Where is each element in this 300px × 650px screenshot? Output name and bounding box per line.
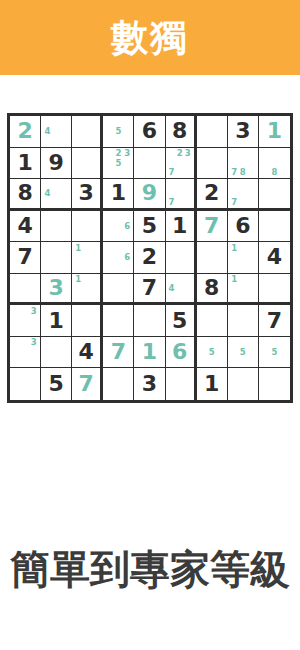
cell-r2c9[interactable]: 8 <box>259 148 290 180</box>
given-digit: 5 <box>172 310 187 332</box>
cell-r8c6[interactable]: 6 <box>166 337 197 369</box>
cell-r9c9[interactable] <box>259 368 290 400</box>
cell-r6c1[interactable] <box>10 274 41 306</box>
given-digit: 1 <box>204 373 219 395</box>
pencil-mark-1: 1 <box>74 275 82 284</box>
cell-r9c3[interactable]: 7 <box>72 368 103 400</box>
user-digit: 1 <box>267 120 282 142</box>
pencil-mark-3: 3 <box>123 149 132 159</box>
cell-r2c4[interactable]: 235 <box>103 148 134 180</box>
cell-r1c1[interactable]: 2 <box>10 116 41 148</box>
pencil-mark-6: 6 <box>123 253 132 263</box>
given-digit: 4 <box>267 246 282 268</box>
pencil-marks: 1 <box>74 275 98 302</box>
tagline-text: 簡單到專家等級 <box>0 545 300 593</box>
given-digit: 4 <box>79 341 94 363</box>
cell-r2c3[interactable] <box>72 148 103 180</box>
pencil-mark-5: 5 <box>114 158 123 168</box>
cell-r5c8[interactable]: 1 <box>228 242 259 274</box>
pencil-mark-4: 4 <box>168 284 176 293</box>
app-title: 數獨 <box>111 19 189 56</box>
pencil-mark-8: 8 <box>238 168 247 178</box>
cell-r3c3[interactable]: 3 <box>72 179 103 211</box>
cell-r8c7[interactable]: 5 <box>197 337 228 369</box>
cell-r3c8[interactable]: 7 <box>228 179 259 211</box>
pencil-marks: 5 <box>199 338 225 367</box>
pencil-marks: 8 <box>261 149 288 178</box>
cell-r8c3[interactable]: 4 <box>72 337 103 369</box>
cell-r2c1[interactable]: 1 <box>10 148 41 180</box>
cell-r8c2[interactable] <box>41 337 72 369</box>
cell-r7c3[interactable] <box>72 305 103 337</box>
given-digit: 2 <box>204 182 219 204</box>
cell-r3c6[interactable]: 7 <box>166 179 197 211</box>
cell-r8c9[interactable]: 5 <box>259 337 290 369</box>
cell-r6c3[interactable]: 1 <box>72 274 103 306</box>
pencil-marks: 5 <box>105 117 131 146</box>
given-digit: 8 <box>17 182 32 204</box>
user-digit: 9 <box>142 182 157 204</box>
pencil-mark-1: 1 <box>74 243 82 253</box>
pencil-marks: 235 <box>105 149 131 178</box>
user-digit: 7 <box>204 215 219 237</box>
cell-r1c4[interactable]: 5 <box>103 116 134 148</box>
given-digit: 7 <box>267 310 282 332</box>
given-digit: 1 <box>49 310 64 332</box>
cell-r4c1[interactable]: 4 <box>10 211 41 243</box>
cell-r6c6[interactable]: 4 <box>166 274 197 306</box>
pencil-marks: 1 <box>230 275 256 302</box>
cell-r4c5[interactable]: 5 <box>134 211 165 243</box>
given-digit: 7 <box>17 246 32 268</box>
cell-r5c5[interactable]: 2 <box>134 242 165 274</box>
cell-r2c6[interactable]: 237 <box>166 148 197 180</box>
cell-r1c3[interactable] <box>72 116 103 148</box>
pencil-marks: 3 <box>12 338 38 367</box>
given-digit: 1 <box>172 215 187 237</box>
cell-r4c6[interactable]: 1 <box>166 211 197 243</box>
given-digit: 3 <box>142 373 157 395</box>
given-digit: 2 <box>142 246 157 268</box>
cell-r4c8[interactable]: 6 <box>228 211 259 243</box>
cell-r9c1[interactable] <box>10 368 41 400</box>
cell-r7c7[interactable] <box>197 305 228 337</box>
app-header: 數獨 <box>0 0 300 75</box>
pencil-mark-5: 5 <box>114 127 123 137</box>
pencil-marks: 1 <box>230 243 256 272</box>
pencil-mark-3: 3 <box>29 338 38 348</box>
pencil-marks: 78 <box>230 149 256 178</box>
cell-r2c7[interactable] <box>197 148 228 180</box>
pencil-marks: 7 <box>168 180 192 207</box>
given-digit: 8 <box>172 120 187 142</box>
cell-r9c5[interactable]: 3 <box>134 368 165 400</box>
pencil-mark-5: 5 <box>270 347 279 357</box>
cell-r2c8[interactable]: 78 <box>228 148 259 180</box>
cell-r5c7[interactable] <box>197 242 228 274</box>
pencil-mark-2: 2 <box>176 149 184 159</box>
given-digit: 1 <box>17 152 32 174</box>
cell-r1c2[interactable]: 4 <box>41 116 72 148</box>
given-digit: 9 <box>49 152 64 174</box>
pencil-mark-2: 2 <box>114 149 123 159</box>
given-digit: 8 <box>204 277 219 299</box>
cell-r1c9[interactable]: 1 <box>259 116 290 148</box>
pencil-marks: 4 <box>43 117 69 146</box>
given-digit: 3 <box>235 120 250 142</box>
user-digit: 7 <box>79 373 94 395</box>
cell-r5c6[interactable] <box>166 242 197 274</box>
pencil-marks: 7 <box>230 180 256 207</box>
pencil-mark-4: 4 <box>43 189 52 198</box>
cell-r3c7[interactable]: 2 <box>197 179 228 211</box>
cell-r4c4[interactable]: 6 <box>103 211 134 243</box>
cell-r1c6[interactable]: 8 <box>166 116 197 148</box>
cell-r5c9[interactable]: 4 <box>259 242 290 274</box>
cell-r4c2[interactable] <box>41 211 72 243</box>
cell-r5c2[interactable] <box>41 242 72 274</box>
cell-r9c7[interactable]: 1 <box>197 368 228 400</box>
cell-r7c9[interactable]: 7 <box>259 305 290 337</box>
cell-r6c7[interactable]: 8 <box>197 274 228 306</box>
pencil-marks: 4 <box>43 180 69 207</box>
pencil-mark-5: 5 <box>238 347 247 357</box>
given-digit: 3 <box>79 182 94 204</box>
cell-r8c8[interactable]: 5 <box>228 337 259 369</box>
cell-r1c5[interactable]: 6 <box>134 116 165 148</box>
cell-r6c5[interactable]: 7 <box>134 274 165 306</box>
pencil-mark-5: 5 <box>207 347 216 357</box>
cell-r4c7[interactable]: 7 <box>197 211 228 243</box>
pencil-mark-6: 6 <box>123 221 132 231</box>
cell-r6c8[interactable]: 1 <box>228 274 259 306</box>
cell-r8c1[interactable]: 3 <box>10 337 41 369</box>
pencil-marks: 5 <box>261 338 288 367</box>
cell-r5c3[interactable]: 1 <box>72 242 103 274</box>
given-digit: 4 <box>17 215 32 237</box>
pencil-mark-7: 7 <box>168 168 176 178</box>
cell-r6c4[interactable] <box>103 274 134 306</box>
given-digit: 5 <box>142 215 157 237</box>
pencil-marks: 237 <box>168 149 192 178</box>
pencil-mark-7: 7 <box>230 168 239 178</box>
cell-r6c2[interactable]: 3 <box>41 274 72 306</box>
user-digit: 7 <box>111 341 126 363</box>
cell-r1c7[interactable] <box>197 116 228 148</box>
cell-r7c6[interactable]: 5 <box>166 305 197 337</box>
given-digit: 5 <box>49 373 64 395</box>
pencil-marks: 5 <box>230 338 256 367</box>
cell-r9c6[interactable] <box>166 368 197 400</box>
given-digit: 6 <box>235 215 250 237</box>
pencil-marks: 3 <box>12 306 38 335</box>
pencil-mark-4: 4 <box>43 127 52 137</box>
user-digit: 3 <box>49 277 64 299</box>
cell-r7c4[interactable] <box>103 305 134 337</box>
user-digit: 1 <box>142 341 157 363</box>
cell-r4c9[interactable] <box>259 211 290 243</box>
given-digit: 6 <box>142 120 157 142</box>
given-digit: 1 <box>111 182 126 204</box>
cell-r3c4[interactable]: 1 <box>103 179 134 211</box>
cell-r8c4[interactable]: 7 <box>103 337 134 369</box>
cell-r7c2[interactable]: 1 <box>41 305 72 337</box>
pencil-mark-1: 1 <box>230 275 239 284</box>
pencil-marks: 1 <box>74 243 98 272</box>
cell-r9c8[interactable] <box>228 368 259 400</box>
pencil-marks: 6 <box>105 243 131 272</box>
cell-r6c9[interactable] <box>259 274 290 306</box>
pencil-mark-3: 3 <box>29 306 38 316</box>
pencil-mark-3: 3 <box>184 149 192 159</box>
cell-r7c5[interactable] <box>134 305 165 337</box>
cell-r3c9[interactable] <box>259 179 290 211</box>
cell-r4c3[interactable] <box>72 211 103 243</box>
cell-r7c8[interactable] <box>228 305 259 337</box>
pencil-mark-1: 1 <box>230 243 239 253</box>
cell-r3c5[interactable]: 9 <box>134 179 165 211</box>
cell-r9c2[interactable]: 5 <box>41 368 72 400</box>
cell-r5c4[interactable]: 6 <box>103 242 134 274</box>
given-digit: 7 <box>142 277 157 299</box>
pencil-mark-8: 8 <box>270 168 279 178</box>
cell-r3c1[interactable]: 8 <box>10 179 41 211</box>
pencil-mark-7: 7 <box>230 198 239 207</box>
cell-r2c5[interactable] <box>134 148 165 180</box>
user-digit: 2 <box>17 120 32 142</box>
app-store-screenshot: 數獨 2456831192352377888431972746517671621… <box>0 0 300 650</box>
pencil-marks: 6 <box>105 212 131 241</box>
cell-r1c8[interactable]: 3 <box>228 116 259 148</box>
cell-r2c2[interactable]: 9 <box>41 148 72 180</box>
sudoku-board: 2456831192352377888431972746517671621431… <box>7 113 293 403</box>
user-digit: 6 <box>172 341 187 363</box>
pencil-mark-7: 7 <box>168 198 176 207</box>
cell-r9c4[interactable] <box>103 368 134 400</box>
pencil-marks: 4 <box>168 275 192 302</box>
cell-r8c5[interactable]: 1 <box>134 337 165 369</box>
cell-r7c1[interactable]: 3 <box>10 305 41 337</box>
cell-r5c1[interactable]: 7 <box>10 242 41 274</box>
cell-r3c2[interactable]: 4 <box>41 179 72 211</box>
